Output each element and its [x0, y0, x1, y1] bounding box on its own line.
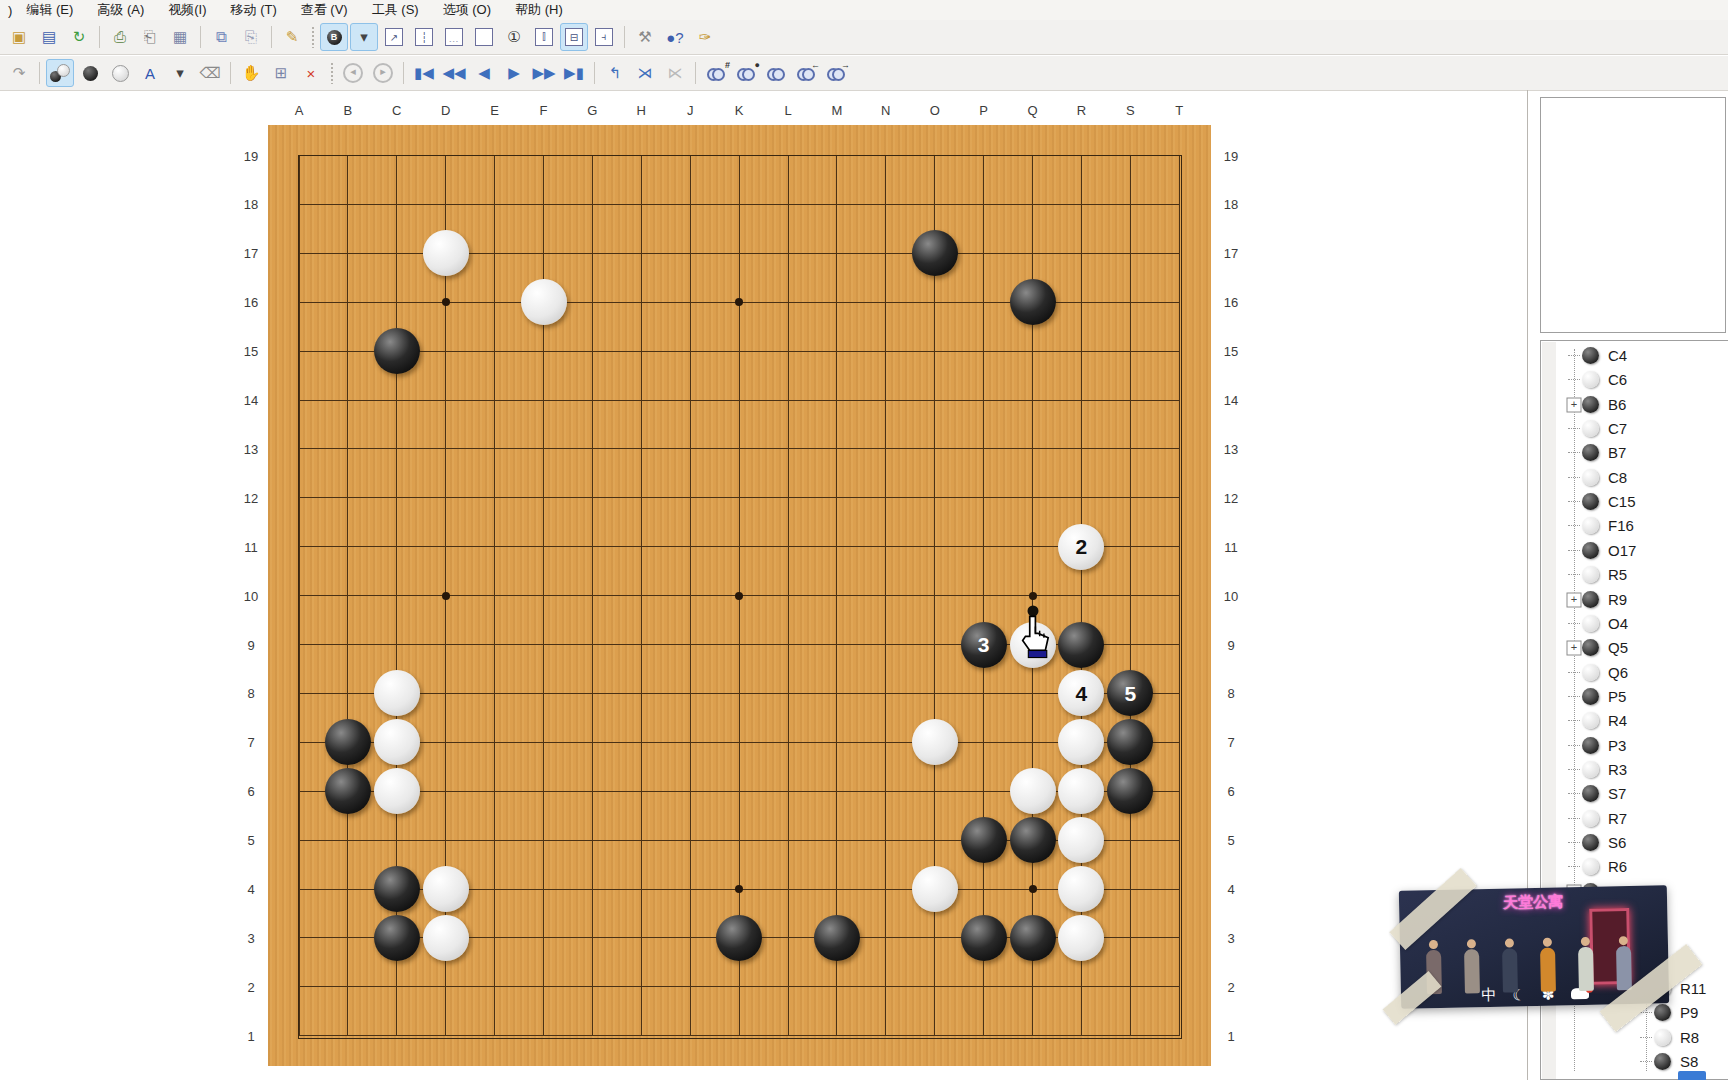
tree-entry-P5[interactable]: P5 [1568, 688, 1626, 705]
menu-item-7[interactable]: 帮助 (H) [503, 0, 575, 21]
tree-connector [1568, 842, 1580, 843]
brush-icon: ✑ [699, 28, 712, 46]
row-label-left-19: 19 [244, 148, 258, 163]
hand-cursor-icon [1017, 615, 1051, 663]
row-label-left-9: 9 [247, 637, 254, 652]
black-stone-M3[interactable] [814, 915, 860, 961]
board-marker-1-button[interactable]: ┆ [410, 23, 438, 51]
white-stone-R5[interactable] [1058, 817, 1104, 863]
toolbar-separator [200, 26, 201, 48]
poster-person [1540, 948, 1556, 992]
row-label-left-6: 6 [247, 784, 254, 799]
forward-icon: ▶ [508, 64, 520, 82]
col-label-G: G [587, 103, 597, 118]
print-preview-icon: ⎗ [144, 28, 156, 46]
tree-move-label: C7 [1608, 420, 1627, 437]
white-stone-button[interactable] [106, 59, 134, 87]
white-stone-Q6[interactable] [1010, 768, 1056, 814]
tree-stone-black [1582, 639, 1599, 656]
stone-style-toggle[interactable]: B [320, 23, 348, 51]
col-label-P: P [979, 103, 988, 118]
row-label-right-18: 18 [1224, 197, 1238, 212]
delete-button[interactable]: × [297, 59, 325, 87]
tree-stone-black [1582, 396, 1599, 413]
row-label-left-7: 7 [247, 735, 254, 750]
tree-move-label: C8 [1608, 469, 1627, 486]
row-label-right-4: 4 [1227, 882, 1234, 897]
menu-item-2[interactable]: 视频(I) [156, 0, 218, 21]
toolbar-separator [271, 26, 272, 48]
move-number-label: 3 [978, 634, 990, 655]
tree-connector [1640, 1037, 1652, 1038]
up-branch-button[interactable]: ↰ [601, 59, 629, 87]
export-image-button[interactable]: ▦ [166, 23, 194, 51]
white-stone-R6[interactable] [1058, 768, 1104, 814]
tree-entry-C6[interactable]: C6 [1568, 371, 1627, 388]
print-button[interactable]: ⎙ [106, 23, 134, 51]
row-label-left-8: 8 [247, 686, 254, 701]
eraser-icon: ⌫ [199, 64, 220, 82]
col-label-H: H [637, 103, 646, 118]
tree-entry-P3[interactable]: P3 [1568, 737, 1626, 754]
menu-item-4[interactable]: 查看 (V) [289, 0, 360, 21]
circle-right-icon: ▸ [373, 63, 393, 83]
print-preview-button[interactable]: ⎗ [136, 23, 164, 51]
white-stone-C7[interactable] [374, 719, 420, 765]
white-stone-R7[interactable] [1058, 719, 1104, 765]
tree-stone-black [1582, 493, 1599, 510]
tree-entry-O17[interactable]: O17 [1568, 542, 1636, 559]
tree-stone-white [1582, 858, 1599, 875]
nav-forward-circle-button[interactable]: ▸ [369, 59, 397, 87]
forward-button[interactable]: ▶ [500, 59, 528, 87]
tree-entry-R5[interactable]: R5 [1568, 566, 1627, 583]
tree-layout-b-button[interactable]: ⊟ [560, 23, 588, 51]
tree-layout-c-button[interactable]: ⫞ [590, 23, 618, 51]
tree-stone-white [1582, 420, 1599, 437]
tree-connector [1640, 1061, 1652, 1062]
col-label-F: F [540, 103, 548, 118]
black-stone-Q16[interactable] [1010, 279, 1056, 325]
white-stone-F16[interactable] [521, 279, 567, 325]
last-icon: ▶▮ [564, 64, 584, 82]
row-label-right-16: 16 [1224, 295, 1238, 310]
tree-connector [1568, 672, 1580, 673]
black-stone-S6[interactable] [1107, 768, 1153, 814]
tree-connector [1568, 355, 1580, 356]
tree-move-label: F16 [1608, 517, 1634, 534]
tree-entry-S6[interactable]: S6 [1568, 834, 1626, 851]
col-label-O: O [930, 103, 940, 118]
black-stone-S7[interactable] [1107, 719, 1153, 765]
turn-up-arrow-icon: ↰ [609, 64, 622, 82]
save-button[interactable]: ▤ [35, 23, 63, 51]
col-label-J: J [687, 103, 694, 118]
tree-connector [1568, 428, 1580, 429]
move-number-label: 5 [1124, 683, 1136, 704]
letter-a-icon: A [145, 65, 155, 82]
tree-move-label: O4 [1608, 615, 1628, 632]
menu-item-3[interactable]: 移动 (T) [219, 0, 289, 21]
tree-connector [1640, 1012, 1652, 1013]
tree-entry-B7[interactable]: B7 [1568, 444, 1626, 461]
red-x-icon: × [307, 65, 316, 82]
col-label-T: T [1175, 103, 1183, 118]
row-label-left-1: 1 [247, 1028, 254, 1043]
white-stone-C8[interactable] [374, 670, 420, 716]
tree-entry-R6[interactable]: R6 [1568, 858, 1627, 875]
tree-connector [1568, 550, 1580, 551]
tree-entry-R7[interactable]: R7 [1568, 810, 1627, 827]
row-label-right-9: 9 [1227, 637, 1234, 652]
row-label-left-3: 3 [247, 930, 254, 945]
circle-left-icon: ◂ [343, 63, 363, 83]
row-label-right-7: 7 [1227, 735, 1234, 750]
tools-icon: ⚒ [638, 28, 651, 46]
tree-stone-white [1582, 712, 1599, 729]
tree-stone-black [1582, 542, 1599, 559]
col-label-L: L [784, 103, 791, 118]
row-label-right-6: 6 [1227, 784, 1234, 799]
tree-move-label: S8 [1680, 1053, 1698, 1070]
white-stone-icon [112, 65, 129, 82]
row-label-right-14: 14 [1224, 393, 1238, 408]
find-next-button[interactable]: → [822, 59, 850, 87]
black-stone-P9[interactable]: 3 [961, 622, 1007, 668]
toolbar-separator [39, 62, 40, 84]
white-stone-D3[interactable] [423, 915, 469, 961]
poster-person [1502, 948, 1518, 992]
node-plus-icon: ⊞ [275, 64, 288, 82]
row-label-left-2: 2 [247, 979, 254, 994]
tree-move-label: R7 [1608, 810, 1627, 827]
tree-stone-black [1582, 591, 1599, 608]
show-next-move-button-icon: ↗ [385, 28, 403, 46]
move-number-label: 4 [1076, 683, 1088, 704]
row-label-right-11: 11 [1224, 539, 1238, 554]
black-stone-S8[interactable]: 5 [1107, 670, 1153, 716]
col-label-S: S [1126, 103, 1135, 118]
star-point [735, 592, 743, 600]
form-hand-icon: ✎ [286, 28, 299, 46]
col-label-A: A [295, 103, 304, 118]
col-label-N: N [881, 103, 890, 118]
tree-move-label: S7 [1608, 785, 1626, 802]
tree-connector [1568, 452, 1580, 453]
toolbar-edit: ↷A▾⌫✋⊞×◂▸▮◀◀◀◀▶▶▶▶▮↰⋊⋉#●←→ [0, 56, 1728, 91]
row-label-left-17: 17 [244, 246, 258, 261]
star-point [1029, 592, 1037, 600]
row-label-right-15: 15 [1224, 344, 1238, 359]
black-stone-P3[interactable] [961, 915, 1007, 961]
app-window: ) 编辑 (E)高级 (A)视频(I)移动 (T)查看 (V)工具 (S)选项 … [0, 0, 1728, 1080]
tree-move-label: C6 [1608, 371, 1627, 388]
tree-connector [1568, 574, 1580, 575]
fast-back-icon: ◀◀ [442, 64, 465, 82]
tree-entry-S8[interactable]: S8 [1640, 1053, 1698, 1070]
back-button[interactable]: ◀ [470, 59, 498, 87]
find-button[interactable] [762, 59, 790, 87]
tree-move-label: R8 [1680, 1029, 1699, 1046]
folder-open-icon: ▣ [12, 28, 26, 46]
stone-style-dropdown[interactable]: ▾ [350, 23, 378, 51]
play-mode-toggle[interactable] [46, 59, 74, 87]
show-next-move-button[interactable]: ↗ [380, 23, 408, 51]
copy-button[interactable]: ⧉ [207, 23, 235, 51]
row-label-left-4: 4 [247, 882, 254, 897]
row-label-right-17: 17 [1224, 246, 1238, 261]
tree-layout-a-button[interactable]: ⫿ [530, 23, 558, 51]
menu-item-1[interactable]: 高级 (A) [85, 0, 156, 21]
black-stone-O17[interactable] [912, 230, 958, 276]
col-label-D: D [441, 103, 450, 118]
row-label-right-5: 5 [1227, 833, 1234, 848]
col-label-Q: Q [1027, 103, 1037, 118]
find-prev-button[interactable]: ← [792, 59, 820, 87]
board-marker-2-button[interactable]: ﹍ [440, 23, 468, 51]
find-move-number-button[interactable]: # [702, 59, 730, 87]
menu-item-6[interactable]: 选项 (O) [431, 0, 503, 21]
tree-entry-C8[interactable]: C8 [1568, 469, 1627, 486]
tree-stone-black [1582, 834, 1599, 851]
image-icon: ▦ [173, 28, 187, 46]
tree-stone-white [1582, 469, 1599, 486]
black-stone-Q5[interactable] [1010, 817, 1056, 863]
tree-stone-black [1654, 1053, 1671, 1070]
row-label-left-5: 5 [247, 833, 254, 848]
board-marker-3-button[interactable] [470, 23, 498, 51]
white-stone-D4[interactable] [423, 866, 469, 912]
tree-move-label: B7 [1608, 444, 1626, 461]
white-stone-R8[interactable]: 4 [1058, 670, 1104, 716]
col-label-B: B [344, 103, 353, 118]
tree-stone-black [1582, 785, 1599, 802]
fast-back-button[interactable]: ◀◀ [440, 59, 468, 87]
col-label-M: M [831, 103, 842, 118]
tree-move-label: P5 [1608, 688, 1626, 705]
prev-branch-button[interactable]: ⋊ [631, 59, 659, 87]
star-point [442, 592, 450, 600]
toolbar-grip[interactable] [311, 26, 315, 48]
eraser-button[interactable]: ⌫ [196, 59, 224, 87]
white-stone-O4[interactable] [912, 866, 958, 912]
next-branch-button[interactable]: ⋉ [661, 59, 689, 87]
tools-button[interactable]: ⚒ [631, 23, 659, 51]
info-panel [1540, 97, 1726, 333]
menu-bar: ) 编辑 (E)高级 (A)视频(I)移动 (T)查看 (V)工具 (S)选项 … [0, 0, 1728, 20]
tree-move-label: Q5 [1608, 639, 1628, 656]
row-label-right-2: 2 [1227, 979, 1234, 994]
tree-entry-C4[interactable]: C4 [1568, 347, 1627, 364]
tree-stone-black [1582, 737, 1599, 754]
white-stone-R11[interactable]: 2 [1058, 524, 1104, 570]
find-stone-button[interactable]: ● [732, 59, 760, 87]
menu-item-5[interactable]: 工具 (S) [360, 0, 431, 21]
white-stone-R3[interactable] [1058, 915, 1104, 961]
go-board[interactable]: 35264 [268, 125, 1211, 1066]
paste-button[interactable]: ⎘ [237, 23, 265, 51]
row-label-left-15: 15 [244, 344, 258, 359]
label-dropdown[interactable]: ▾ [166, 59, 194, 87]
tree-move-label: S6 [1608, 834, 1626, 851]
tree-stone-white [1582, 615, 1599, 632]
tree-connector [1568, 818, 1580, 819]
toolbar-grip[interactable] [330, 62, 334, 84]
white-stone-C6[interactable] [374, 768, 420, 814]
copy-icon: ⧉ [216, 28, 227, 46]
tree-entry-P9[interactable]: P9 [1640, 1004, 1698, 1021]
tree-connector [1568, 793, 1580, 794]
black-stone-K3[interactable] [716, 915, 762, 961]
fast-forward-button[interactable]: ▶▶ [530, 59, 558, 87]
row-label-left-13: 13 [244, 441, 258, 456]
tree-connector [1568, 769, 1580, 770]
help-button[interactable]: ●? [661, 23, 689, 51]
col-label-C: C [392, 103, 401, 118]
tree-entry-F16[interactable]: F16 [1568, 517, 1634, 534]
pan-button[interactable]: ✋ [237, 59, 265, 87]
row-label-left-18: 18 [244, 197, 258, 212]
game-info-button[interactable]: ✎ [278, 23, 306, 51]
tree-move-label: C4 [1608, 347, 1627, 364]
row-label-right-8: 8 [1227, 686, 1234, 701]
expand-icon[interactable]: + [1567, 592, 1582, 607]
poster-person [1578, 947, 1594, 991]
tree-stone-white [1582, 810, 1599, 827]
insert-node-button[interactable]: ⊞ [267, 59, 295, 87]
tree-entry-C15[interactable]: C15 [1568, 493, 1636, 510]
reload-button[interactable]: ↻ [65, 23, 93, 51]
col-label-R: R [1077, 103, 1086, 118]
printer-icon: ⎙ [114, 28, 126, 46]
star-point [442, 298, 450, 306]
board-marker-2-button-icon: ﹍ [445, 28, 463, 46]
tree-connector [1568, 745, 1580, 746]
tree-stone-white [1582, 761, 1599, 778]
tree-connector [1568, 696, 1580, 697]
row-label-right-19: 19 [1224, 148, 1238, 163]
black-stone-C15[interactable] [374, 328, 420, 374]
tree-entry-R3[interactable]: R3 [1568, 761, 1627, 778]
tree-entry-S7[interactable]: S7 [1568, 785, 1626, 802]
row-label-left-16: 16 [244, 295, 258, 310]
black-stone-b-icon: B [327, 30, 342, 45]
black-stone-C3[interactable] [374, 915, 420, 961]
last-move-button[interactable]: ▶▮ [560, 59, 588, 87]
tree-move-label: R9 [1608, 591, 1627, 608]
tree-connector [1568, 477, 1580, 478]
chevron-down-icon: ▾ [176, 64, 184, 82]
white-stone-O7[interactable] [912, 719, 958, 765]
tree-entry-R4[interactable]: R4 [1568, 712, 1627, 729]
refresh-doc-icon: ↻ [73, 28, 86, 46]
poster-person [1464, 949, 1480, 993]
row-label-right-13: 13 [1224, 441, 1238, 456]
row-label-left-12: 12 [244, 490, 258, 505]
binoculars-right-icon: → [828, 68, 844, 78]
row-label-left-10: 10 [244, 588, 258, 603]
binoculars-hash-icon: # [708, 68, 724, 78]
tree-entry-R8[interactable]: R8 [1640, 1029, 1699, 1046]
tree-move-label: R3 [1608, 761, 1627, 778]
toolbar-separator [99, 26, 100, 48]
clean-button[interactable]: ✑ [691, 23, 719, 51]
black-stone-icon [83, 66, 98, 81]
tree-entry-O4[interactable]: O4 [1568, 615, 1628, 632]
menu-item-0[interactable]: 编辑 (E) [14, 0, 85, 21]
black-stone-P5[interactable] [961, 817, 1007, 863]
stone-question-icon: ●? [666, 29, 683, 46]
expand-icon[interactable]: + [1567, 641, 1582, 656]
toolbar-separator [403, 62, 404, 84]
black-stone-button[interactable] [76, 59, 104, 87]
tree-stone-black [1582, 347, 1599, 364]
row-label-right-10: 10 [1224, 588, 1238, 603]
label-mode-button[interactable]: A [136, 59, 164, 87]
tree-move-label: C15 [1608, 493, 1636, 510]
tree-move-label: O17 [1608, 542, 1636, 559]
black-stone-C4[interactable] [374, 866, 420, 912]
branch-back-icon: ⋊ [638, 64, 653, 82]
tree-entry-Q6[interactable]: Q6 [1568, 664, 1628, 681]
nav-back-circle-button[interactable]: ◂ [339, 59, 367, 87]
fast-forward-icon: ▶▶ [532, 64, 555, 82]
redo-button[interactable]: ↷ [5, 59, 33, 87]
row-label-right-3: 3 [1227, 930, 1234, 945]
black-stone-R9[interactable] [1058, 622, 1104, 668]
binoculars-stone-icon: ● [738, 68, 754, 78]
row-label-left-14: 14 [244, 393, 258, 408]
tree-move-label: Q6 [1608, 664, 1628, 681]
expand-icon[interactable]: + [1567, 397, 1582, 412]
tree-connector [1568, 866, 1580, 867]
tree-move-label: B6 [1608, 396, 1626, 413]
open-file-button[interactable]: ▣ [5, 23, 33, 51]
tree-stone-white [1582, 371, 1599, 388]
black-stone-B6[interactable] [325, 768, 371, 814]
branch-forward-icon: ⋉ [668, 64, 683, 82]
tree-entry-C7[interactable]: C7 [1568, 420, 1627, 437]
tree-move-label: R6 [1608, 858, 1627, 875]
white-stone-R4[interactable] [1058, 866, 1104, 912]
move-number-label: 2 [1076, 536, 1088, 557]
binoculars-left-icon: ← [798, 68, 814, 78]
row-label-left-11: 11 [244, 539, 258, 554]
first-icon: ▮◀ [414, 64, 434, 82]
tree-stone-black [1582, 688, 1599, 705]
toolbar-separator [695, 62, 696, 84]
black-stone-Q3[interactable] [1010, 915, 1056, 961]
tree-move-label: P9 [1680, 1004, 1698, 1021]
circled-one-icon: ① [507, 28, 520, 46]
col-label-K: K [735, 103, 744, 118]
move-number-button[interactable]: ① [500, 23, 528, 51]
binoculars-icon [768, 68, 784, 78]
tree-stone-black [1582, 444, 1599, 461]
hand-icon: ✋ [242, 64, 261, 82]
tree-connector [1568, 379, 1580, 380]
tree-selected-entry-partial[interactable] [1678, 1071, 1706, 1080]
black-stone-B7[interactable] [325, 719, 371, 765]
white-stone-D17[interactable] [423, 230, 469, 276]
tree-layout-a-button-icon: ⫿ [535, 28, 553, 46]
tree-stone-white [1582, 664, 1599, 681]
first-move-button[interactable]: ▮◀ [410, 59, 438, 87]
tree-stone-black [1654, 1004, 1671, 1021]
tree-move-label: R4 [1608, 712, 1627, 729]
row-label-right-12: 12 [1224, 490, 1238, 505]
board-marker-3-button-icon [475, 28, 493, 46]
